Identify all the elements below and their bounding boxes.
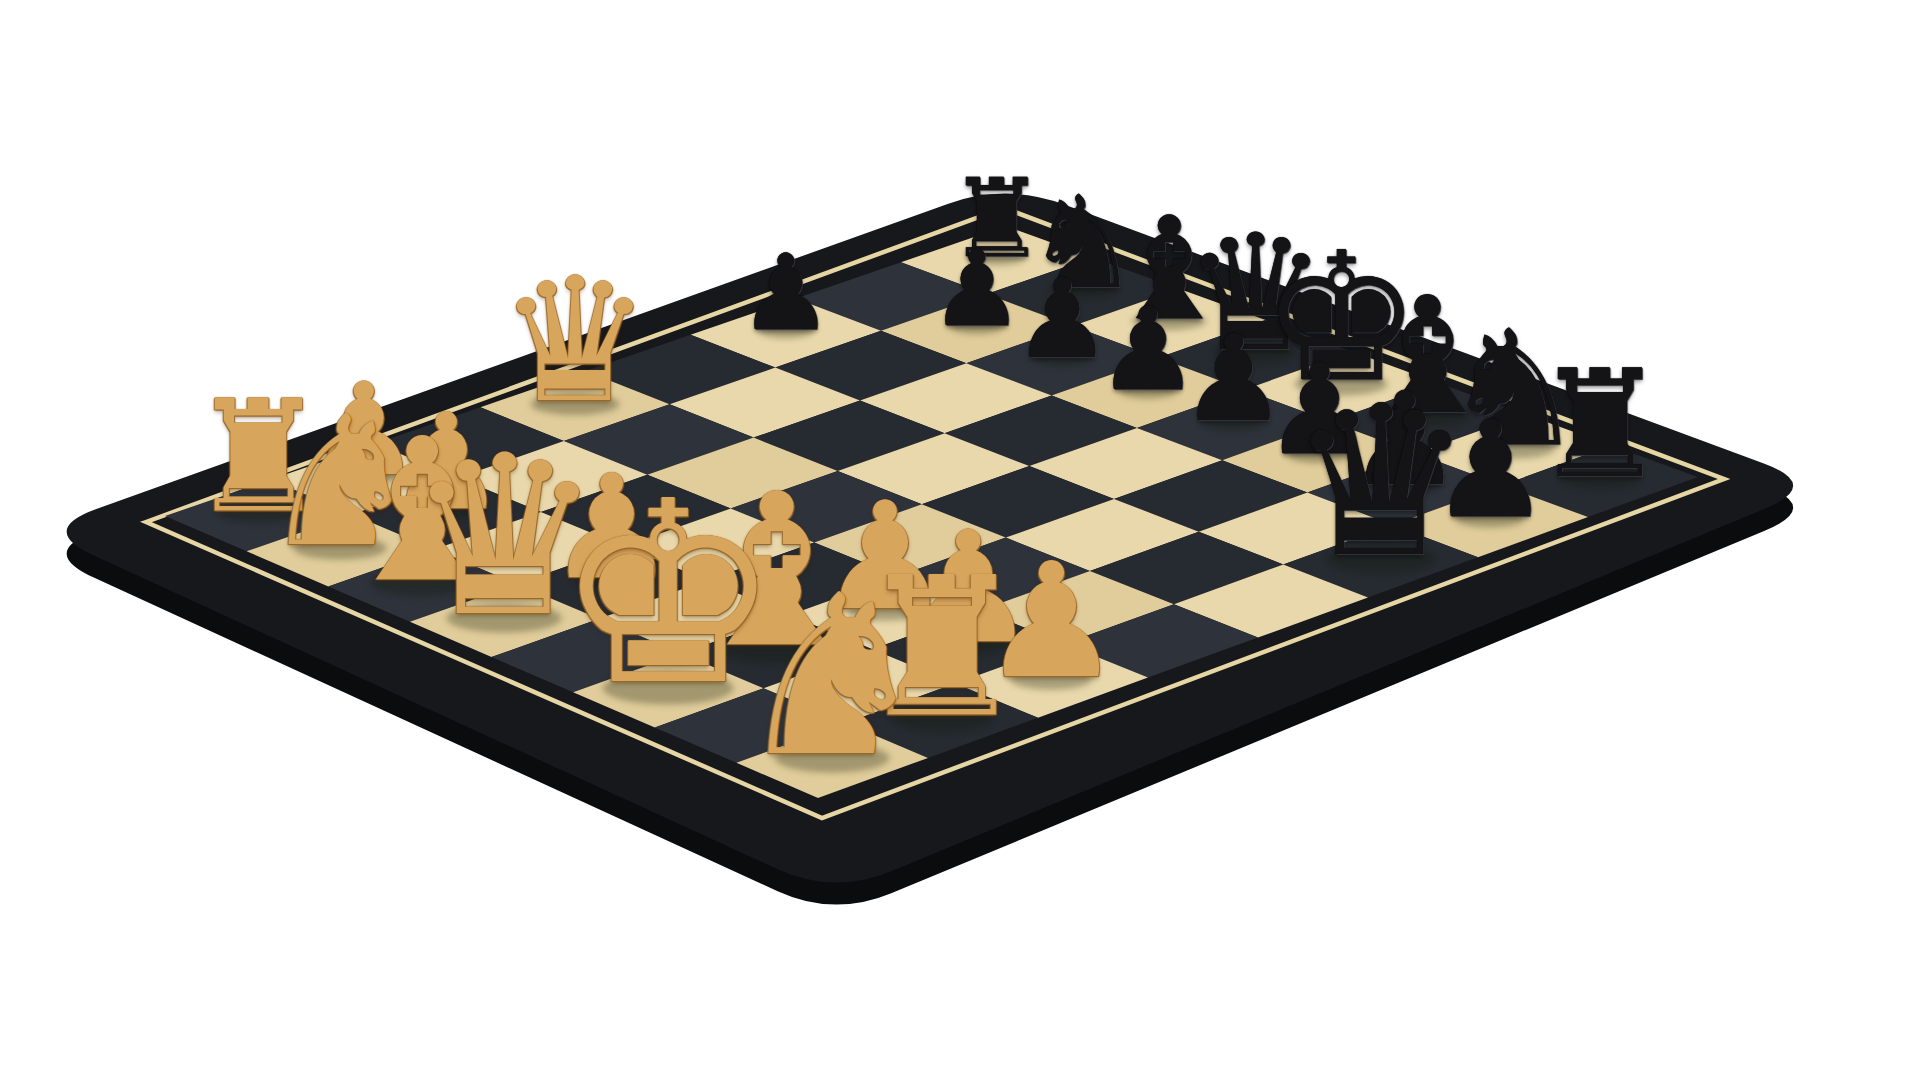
piece-black-queen-h6: ♛ [1287, 378, 1473, 586]
piece-white-knight-h1: ♞ [733, 565, 932, 787]
piece-black-rook-h8: ♜ [1533, 350, 1667, 499]
piece-black-pawn-b7: ♟ [930, 236, 1024, 341]
chess-photo-stage: ♜♞♝♟♟♛♟♚♟♛♝♟♞♟♟♜♟♟♜♟♞♛♟♝♟♛♟♝♟♚♜♞ Ebony w… [0, 0, 1920, 1079]
piece-white-queen-a4: ♛ [498, 255, 652, 427]
piece-black-pawn-a6: ♟ [739, 241, 833, 346]
